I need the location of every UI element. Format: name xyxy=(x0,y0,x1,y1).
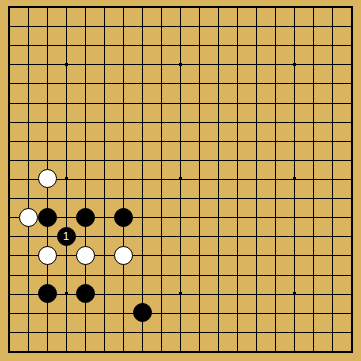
stone-white-c10[interactable] xyxy=(38,169,57,188)
stone-white-c6[interactable] xyxy=(38,246,57,265)
stone-black-g8[interactable] xyxy=(114,208,133,227)
move-number-label: 1 xyxy=(63,231,69,242)
stone-white-e6[interactable] xyxy=(76,246,95,265)
stone-black-c4[interactable] xyxy=(38,284,57,303)
stone-black-e4[interactable] xyxy=(76,284,95,303)
stone-white-b8[interactable] xyxy=(19,208,38,227)
stone-white-g6[interactable] xyxy=(114,246,133,265)
stone-black-h3[interactable] xyxy=(133,303,152,322)
go-board-diagram: 1 xyxy=(0,0,361,361)
stone-black-c8[interactable] xyxy=(38,208,57,227)
goban-grid[interactable]: 1 xyxy=(0,0,361,361)
stone-black-d7[interactable]: 1 xyxy=(57,227,76,246)
stone-black-e8[interactable] xyxy=(76,208,95,227)
